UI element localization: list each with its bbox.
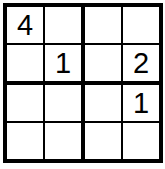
cell-r3c3[interactable] — [85, 85, 121, 121]
cell-r3c2[interactable] — [45, 85, 81, 121]
cell-r1c4[interactable] — [123, 7, 159, 43]
cell-r1c3[interactable] — [85, 7, 121, 43]
cell-r4c1[interactable] — [7, 123, 43, 159]
sudoku-board: 4121 — [3, 3, 163, 163]
cell-r2c1[interactable] — [7, 45, 43, 81]
sudoku-boxes: 4121 — [7, 7, 159, 159]
cell-r1c2[interactable] — [45, 7, 81, 43]
cell-r3c1[interactable] — [7, 85, 43, 121]
cell-r4c4[interactable] — [123, 123, 159, 159]
box-2-1 — [7, 85, 81, 159]
cell-r4c3[interactable] — [85, 123, 121, 159]
cell-r4c2[interactable] — [45, 123, 81, 159]
cell-r1c1[interactable]: 4 — [7, 7, 43, 43]
box-1-1: 41 — [7, 7, 81, 81]
page-background: 4121 — [0, 0, 165, 169]
box-2-2: 1 — [85, 85, 159, 159]
cell-r2c3[interactable] — [85, 45, 121, 81]
cell-r2c4[interactable]: 2 — [123, 45, 159, 81]
box-1-2: 2 — [85, 7, 159, 81]
cell-r3c4[interactable]: 1 — [123, 85, 159, 121]
cell-r2c2[interactable]: 1 — [45, 45, 81, 81]
